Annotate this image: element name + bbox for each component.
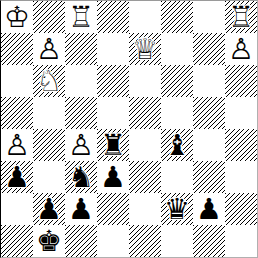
piece-black-pawn: ♟ bbox=[97, 161, 129, 193]
square-d3[interactable]: ♟♟ bbox=[97, 161, 129, 193]
square-c8[interactable]: ♜♖ bbox=[65, 1, 97, 33]
square-b4[interactable] bbox=[33, 129, 65, 161]
square-f3[interactable] bbox=[161, 161, 193, 193]
square-h7[interactable]: ♟♙ bbox=[225, 33, 257, 65]
chess-board: ♚♔♜♖♜♖♟♙♛♕♟♙♞♘♟♙♟♙♜♜♝♝♟♟♞♞♟♟♟♟♟♟♛♛♟♟♚♚ bbox=[1, 1, 257, 257]
square-d1[interactable] bbox=[97, 225, 129, 257]
square-e6[interactable] bbox=[129, 65, 161, 97]
square-d4[interactable]: ♜♜ bbox=[97, 129, 129, 161]
piece-white-rook: ♖ bbox=[65, 1, 97, 33]
square-g6[interactable] bbox=[193, 65, 225, 97]
square-g1[interactable] bbox=[193, 225, 225, 257]
black-pawn-mask: ♟ bbox=[193, 193, 225, 225]
chess-diagram: ♚♔♜♖♜♖♟♙♛♕♟♙♞♘♟♙♟♙♜♜♝♝♟♟♞♞♟♟♟♟♟♟♛♛♟♟♚♚ bbox=[0, 0, 258, 258]
square-h3[interactable] bbox=[225, 161, 257, 193]
black-pawn-mask: ♟ bbox=[33, 193, 65, 225]
square-c3[interactable]: ♞♞ bbox=[65, 161, 97, 193]
square-g4[interactable] bbox=[193, 129, 225, 161]
piece-black-pawn: ♟ bbox=[33, 193, 65, 225]
square-b8[interactable] bbox=[33, 1, 65, 33]
square-e7[interactable]: ♛♕ bbox=[129, 33, 161, 65]
square-a5[interactable] bbox=[1, 97, 33, 129]
black-rook-mask: ♜ bbox=[97, 129, 129, 161]
square-g2[interactable]: ♟♟ bbox=[193, 193, 225, 225]
square-h4[interactable] bbox=[225, 129, 257, 161]
white-pawn-mask: ♟ bbox=[225, 33, 257, 65]
square-e3[interactable] bbox=[129, 161, 161, 193]
piece-white-rook: ♖ bbox=[225, 1, 257, 33]
square-a1[interactable] bbox=[1, 225, 33, 257]
black-pawn-mask: ♟ bbox=[65, 193, 97, 225]
piece-black-pawn: ♟ bbox=[65, 193, 97, 225]
square-g7[interactable] bbox=[193, 33, 225, 65]
white-rook-mask: ♜ bbox=[65, 1, 97, 33]
square-h1[interactable] bbox=[225, 225, 257, 257]
square-f4[interactable]: ♝♝ bbox=[161, 129, 193, 161]
white-pawn-mask: ♟ bbox=[65, 129, 97, 161]
square-h5[interactable] bbox=[225, 97, 257, 129]
piece-black-king: ♚ bbox=[33, 225, 65, 257]
white-king-mask: ♚ bbox=[1, 1, 33, 33]
piece-white-king: ♔ bbox=[1, 1, 33, 33]
square-a3[interactable]: ♟♟ bbox=[1, 161, 33, 193]
square-a7[interactable] bbox=[1, 33, 33, 65]
piece-black-pawn: ♟ bbox=[1, 161, 33, 193]
piece-black-rook: ♜ bbox=[97, 129, 129, 161]
piece-white-pawn: ♙ bbox=[225, 33, 257, 65]
square-c4[interactable]: ♟♙ bbox=[65, 129, 97, 161]
piece-black-knight: ♞ bbox=[65, 161, 97, 193]
square-f2[interactable]: ♛♛ bbox=[161, 193, 193, 225]
square-g5[interactable] bbox=[193, 97, 225, 129]
square-c1[interactable] bbox=[65, 225, 97, 257]
black-pawn-mask: ♟ bbox=[97, 161, 129, 193]
piece-black-queen: ♛ bbox=[161, 193, 193, 225]
black-bishop-mask: ♝ bbox=[161, 129, 193, 161]
square-d2[interactable] bbox=[97, 193, 129, 225]
piece-white-pawn: ♙ bbox=[33, 33, 65, 65]
square-c2[interactable]: ♟♟ bbox=[65, 193, 97, 225]
square-c6[interactable] bbox=[65, 65, 97, 97]
square-e8[interactable] bbox=[129, 1, 161, 33]
square-c7[interactable] bbox=[65, 33, 97, 65]
square-c5[interactable] bbox=[65, 97, 97, 129]
square-a2[interactable] bbox=[1, 193, 33, 225]
white-rook-mask: ♜ bbox=[225, 1, 257, 33]
square-b7[interactable]: ♟♙ bbox=[33, 33, 65, 65]
square-d7[interactable] bbox=[97, 33, 129, 65]
black-pawn-mask: ♟ bbox=[1, 161, 33, 193]
square-f5[interactable] bbox=[161, 97, 193, 129]
square-d8[interactable] bbox=[97, 1, 129, 33]
square-g3[interactable] bbox=[193, 161, 225, 193]
piece-white-pawn: ♙ bbox=[1, 129, 33, 161]
white-pawn-mask: ♟ bbox=[33, 33, 65, 65]
white-knight-mask: ♞ bbox=[33, 65, 65, 97]
square-a4[interactable]: ♟♙ bbox=[1, 129, 33, 161]
square-h8[interactable]: ♜♖ bbox=[225, 1, 257, 33]
piece-white-queen: ♕ bbox=[129, 33, 161, 65]
square-e1[interactable] bbox=[129, 225, 161, 257]
white-pawn-mask: ♟ bbox=[1, 129, 33, 161]
square-a8[interactable]: ♚♔ bbox=[1, 1, 33, 33]
square-e5[interactable] bbox=[129, 97, 161, 129]
white-queen-mask: ♛ bbox=[129, 33, 161, 65]
square-f8[interactable] bbox=[161, 1, 193, 33]
square-f7[interactable] bbox=[161, 33, 193, 65]
square-d6[interactable] bbox=[97, 65, 129, 97]
black-knight-mask: ♞ bbox=[65, 161, 97, 193]
square-e4[interactable] bbox=[129, 129, 161, 161]
square-h2[interactable] bbox=[225, 193, 257, 225]
piece-white-pawn: ♙ bbox=[65, 129, 97, 161]
square-b6[interactable]: ♞♘ bbox=[33, 65, 65, 97]
black-queen-mask: ♛ bbox=[161, 193, 193, 225]
piece-black-pawn: ♟ bbox=[193, 193, 225, 225]
square-b2[interactable]: ♟♟ bbox=[33, 193, 65, 225]
square-f6[interactable] bbox=[161, 65, 193, 97]
piece-white-knight: ♘ bbox=[33, 65, 65, 97]
black-king-mask: ♚ bbox=[33, 225, 65, 257]
square-b3[interactable] bbox=[33, 161, 65, 193]
square-d5[interactable] bbox=[97, 97, 129, 129]
piece-black-bishop: ♝ bbox=[161, 129, 193, 161]
square-h6[interactable] bbox=[225, 65, 257, 97]
square-f1[interactable] bbox=[161, 225, 193, 257]
square-a6[interactable] bbox=[1, 65, 33, 97]
square-e2[interactable] bbox=[129, 193, 161, 225]
square-b1[interactable]: ♚♚ bbox=[33, 225, 65, 257]
square-g8[interactable] bbox=[193, 1, 225, 33]
square-b5[interactable] bbox=[33, 97, 65, 129]
